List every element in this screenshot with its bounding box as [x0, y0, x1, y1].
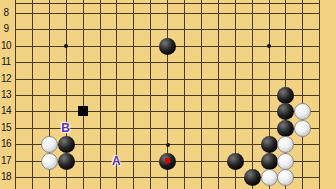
row-label-17: 17	[0, 156, 12, 166]
black-stone[interactable]	[227, 153, 244, 170]
grid-line-horizontal	[15, 62, 320, 63]
row-label-14: 14	[0, 106, 12, 116]
black-stone[interactable]	[159, 38, 176, 55]
black-stone[interactable]	[58, 136, 75, 153]
grid-line-horizontal	[15, 29, 320, 30]
letter-annotation-a: A	[109, 155, 123, 167]
white-stone[interactable]	[277, 169, 294, 186]
grid-line-horizontal-partial	[15, 3, 320, 4]
grid-line-horizontal	[15, 13, 320, 14]
star-point	[267, 44, 271, 48]
black-stone[interactable]	[277, 120, 294, 137]
row-label-8: 8	[0, 8, 12, 18]
black-stone[interactable]	[244, 169, 261, 186]
go-board[interactable]: 89101112131415161718AB	[0, 0, 336, 189]
white-stone[interactable]	[277, 136, 294, 153]
black-stone[interactable]	[261, 136, 278, 153]
row-label-12: 12	[0, 74, 12, 84]
white-stone[interactable]	[294, 120, 311, 137]
black-stone[interactable]	[277, 103, 294, 120]
black-stone[interactable]	[277, 87, 294, 104]
white-stone[interactable]	[41, 153, 58, 170]
row-label-16: 16	[0, 139, 12, 149]
black-stone[interactable]	[261, 153, 278, 170]
star-point	[64, 44, 68, 48]
row-label-10: 10	[0, 41, 12, 51]
white-stone[interactable]	[261, 169, 278, 186]
grid-line-horizontal	[15, 95, 320, 96]
row-label-18: 18	[0, 172, 12, 182]
go-app-window: 89101112131415161718AB	[0, 0, 336, 189]
square-marker	[78, 106, 88, 116]
last-move-marker	[165, 158, 170, 163]
row-label-13: 13	[0, 90, 12, 100]
row-label-11: 11	[0, 57, 12, 67]
white-stone[interactable]	[41, 136, 58, 153]
white-stone[interactable]	[277, 153, 294, 170]
black-stone[interactable]	[58, 153, 75, 170]
star-point	[166, 143, 170, 147]
letter-annotation-b: B	[59, 122, 73, 134]
row-label-15: 15	[0, 123, 12, 133]
grid-line-horizontal	[15, 79, 320, 80]
grid-line-horizontal	[15, 111, 320, 112]
row-label-9: 9	[0, 24, 12, 34]
white-stone[interactable]	[294, 103, 311, 120]
